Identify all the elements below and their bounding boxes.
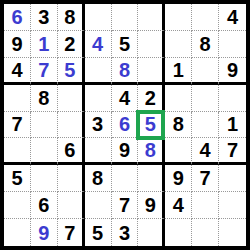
cell-r3c6[interactable] [138, 58, 165, 85]
cell-r7c4[interactable]: 8 [85, 165, 112, 192]
cell-r8c9[interactable] [219, 192, 246, 219]
cell-r8c2[interactable]: 6 [31, 192, 58, 219]
cell-r8c5[interactable]: 7 [112, 192, 139, 219]
cell-r9c7[interactable] [165, 219, 192, 246]
cell-r1c2[interactable]: 3 [31, 4, 58, 31]
cell-r1c1[interactable]: 6 [4, 4, 31, 31]
cell-r6c3[interactable]: 6 [58, 138, 85, 165]
cell-r7c7[interactable]: 9 [165, 165, 192, 192]
cell-r7c6[interactable] [138, 165, 165, 192]
cell-r5c5[interactable]: 6 [112, 112, 139, 139]
cell-r6c1[interactable] [4, 138, 31, 165]
cell-r9c1[interactable] [4, 219, 31, 246]
cell-r6c5[interactable]: 9 [112, 138, 139, 165]
cell-r1c9[interactable]: 4 [219, 4, 246, 31]
cell-r4c6[interactable]: 2 [138, 85, 165, 112]
cell-r9c4[interactable]: 5 [85, 219, 112, 246]
cell-r2c3[interactable]: 2 [58, 31, 85, 58]
cell-r4c4[interactable] [85, 85, 112, 112]
cell-r6c7[interactable] [165, 138, 192, 165]
cell-r3c7[interactable]: 1 [165, 58, 192, 85]
sudoku-board: 6384912458475819842736581698475897679497… [0, 0, 250, 250]
cell-r1c8[interactable] [192, 4, 219, 31]
cell-r5c7[interactable]: 8 [165, 112, 192, 139]
cell-r2c2[interactable]: 1 [31, 31, 58, 58]
cell-r6c2[interactable] [31, 138, 58, 165]
cell-r4c9[interactable] [219, 85, 246, 112]
cell-r5c8[interactable] [192, 112, 219, 139]
cell-r6c6[interactable]: 8 [138, 138, 165, 165]
cell-r5c6[interactable]: 5 [138, 112, 165, 139]
cell-r7c1[interactable]: 5 [4, 165, 31, 192]
cell-r3c9[interactable]: 9 [219, 58, 246, 85]
cell-r3c5[interactable]: 8 [112, 58, 139, 85]
cell-r8c7[interactable]: 4 [165, 192, 192, 219]
cell-r2c4[interactable]: 4 [85, 31, 112, 58]
cell-r5c3[interactable] [58, 112, 85, 139]
cell-r3c2[interactable]: 7 [31, 58, 58, 85]
cell-r1c4[interactable] [85, 4, 112, 31]
cell-r7c2[interactable] [31, 165, 58, 192]
cell-r8c8[interactable] [192, 192, 219, 219]
cell-r7c3[interactable] [58, 165, 85, 192]
cell-r5c2[interactable] [31, 112, 58, 139]
cell-r7c5[interactable] [112, 165, 139, 192]
cell-r4c7[interactable] [165, 85, 192, 112]
cell-r1c3[interactable]: 8 [58, 4, 85, 31]
cell-r9c5[interactable]: 3 [112, 219, 139, 246]
cell-r2c5[interactable]: 5 [112, 31, 139, 58]
cell-r7c8[interactable]: 7 [192, 165, 219, 192]
cell-r3c4[interactable] [85, 58, 112, 85]
cell-r1c5[interactable] [112, 4, 139, 31]
cell-r4c2[interactable]: 8 [31, 85, 58, 112]
cell-r6c8[interactable]: 4 [192, 138, 219, 165]
cell-r9c2[interactable]: 9 [31, 219, 58, 246]
cell-r8c3[interactable] [58, 192, 85, 219]
cell-r3c3[interactable]: 5 [58, 58, 85, 85]
cell-r9c8[interactable] [192, 219, 219, 246]
cell-r7c9[interactable] [219, 165, 246, 192]
cell-r5c1[interactable]: 7 [4, 112, 31, 139]
cell-r9c9[interactable] [219, 219, 246, 246]
cell-r4c5[interactable]: 4 [112, 85, 139, 112]
cell-r9c6[interactable] [138, 219, 165, 246]
cell-r2c9[interactable] [219, 31, 246, 58]
cell-r4c8[interactable] [192, 85, 219, 112]
cell-r9c3[interactable]: 7 [58, 219, 85, 246]
cell-r2c1[interactable]: 9 [4, 31, 31, 58]
cell-r3c8[interactable] [192, 58, 219, 85]
cell-r3c1[interactable]: 4 [4, 58, 31, 85]
cell-r8c1[interactable] [4, 192, 31, 219]
cell-r4c3[interactable] [58, 85, 85, 112]
cell-r1c6[interactable] [138, 4, 165, 31]
cell-r5c4[interactable]: 3 [85, 112, 112, 139]
cell-r2c6[interactable] [138, 31, 165, 58]
cell-r1c7[interactable] [165, 4, 192, 31]
selection-highlight [136, 110, 165, 141]
cell-r2c8[interactable]: 8 [192, 31, 219, 58]
cell-r5c9[interactable]: 1 [219, 112, 246, 139]
cell-r4c1[interactable] [4, 85, 31, 112]
cell-r8c6[interactable]: 9 [138, 192, 165, 219]
cell-r8c4[interactable] [85, 192, 112, 219]
cell-r6c4[interactable] [85, 138, 112, 165]
cell-r2c7[interactable] [165, 31, 192, 58]
cell-r6c9[interactable]: 7 [219, 138, 246, 165]
